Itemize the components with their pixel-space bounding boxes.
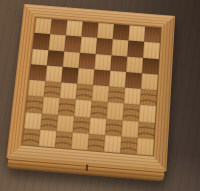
square-g4[interactable] xyxy=(124,88,141,105)
square-h2[interactable] xyxy=(138,121,155,139)
square-b5[interactable] xyxy=(45,65,62,82)
square-g3[interactable] xyxy=(123,104,140,122)
square-a2[interactable] xyxy=(24,112,42,130)
square-b6[interactable] xyxy=(47,50,64,67)
square-b3[interactable] xyxy=(42,97,60,114)
board-grid xyxy=(22,18,160,156)
square-h1[interactable] xyxy=(136,138,153,156)
square-b8[interactable] xyxy=(50,19,67,35)
square-b4[interactable] xyxy=(44,81,62,98)
square-d3[interactable] xyxy=(74,100,92,118)
edge-notch xyxy=(86,165,89,171)
square-h6[interactable] xyxy=(142,57,159,74)
square-c5[interactable] xyxy=(61,67,78,84)
square-f5[interactable] xyxy=(109,70,126,87)
square-f4[interactable] xyxy=(108,86,125,103)
square-h7[interactable] xyxy=(143,42,160,59)
square-e3[interactable] xyxy=(90,101,107,119)
square-c7[interactable] xyxy=(64,36,81,53)
board-frame xyxy=(6,4,175,172)
square-e5[interactable] xyxy=(93,69,110,86)
square-d5[interactable] xyxy=(77,68,94,85)
square-b1[interactable] xyxy=(39,129,57,147)
square-d4[interactable] xyxy=(76,84,93,101)
square-e4[interactable] xyxy=(92,85,109,102)
square-d7[interactable] xyxy=(80,37,97,54)
square-a5[interactable] xyxy=(29,64,47,81)
square-a3[interactable] xyxy=(26,96,44,113)
square-f2[interactable] xyxy=(105,119,122,137)
square-h5[interactable] xyxy=(141,73,158,90)
square-f8[interactable] xyxy=(113,24,130,41)
square-b7[interactable] xyxy=(48,34,65,51)
square-c6[interactable] xyxy=(63,51,80,68)
square-g2[interactable] xyxy=(121,120,138,138)
square-e6[interactable] xyxy=(94,54,111,71)
square-f7[interactable] xyxy=(111,39,128,56)
square-a1[interactable] xyxy=(22,128,40,146)
square-f6[interactable] xyxy=(110,55,127,72)
square-f1[interactable] xyxy=(104,135,122,153)
square-b2[interactable] xyxy=(40,113,58,131)
square-a8[interactable] xyxy=(34,18,51,34)
square-d2[interactable] xyxy=(73,116,91,134)
square-c3[interactable] xyxy=(58,98,76,115)
square-h3[interactable] xyxy=(139,105,156,123)
square-d8[interactable] xyxy=(81,22,98,39)
square-d1[interactable] xyxy=(71,132,89,150)
square-e1[interactable] xyxy=(87,134,105,152)
square-g7[interactable] xyxy=(127,41,144,58)
square-e8[interactable] xyxy=(97,23,114,40)
square-c1[interactable] xyxy=(55,131,73,149)
square-a6[interactable] xyxy=(31,48,48,65)
square-h8[interactable] xyxy=(144,27,161,44)
square-e7[interactable] xyxy=(96,38,113,55)
square-f3[interactable] xyxy=(106,102,123,120)
square-c2[interactable] xyxy=(56,114,74,132)
square-g8[interactable] xyxy=(128,25,145,42)
square-c4[interactable] xyxy=(60,82,77,99)
square-g1[interactable] xyxy=(120,136,137,154)
square-d6[interactable] xyxy=(79,52,96,69)
square-h4[interactable] xyxy=(140,89,157,106)
square-e2[interactable] xyxy=(89,117,107,135)
square-a4[interactable] xyxy=(28,80,46,97)
square-a7[interactable] xyxy=(33,33,50,50)
square-g5[interactable] xyxy=(125,72,142,89)
chessboard xyxy=(6,4,175,172)
square-c8[interactable] xyxy=(66,20,83,36)
square-g6[interactable] xyxy=(126,56,143,73)
